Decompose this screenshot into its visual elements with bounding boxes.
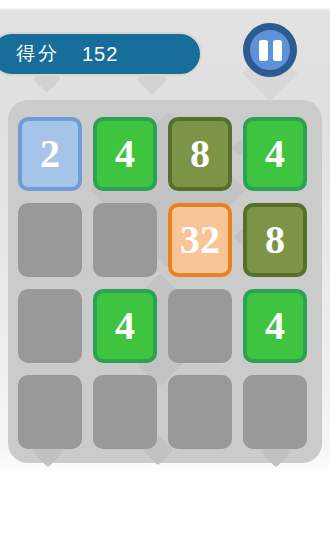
empty-cell	[93, 375, 157, 449]
tile-8: 8	[168, 117, 232, 191]
score-value: 152	[82, 43, 118, 66]
tile-4: 4	[93, 289, 157, 363]
tile-4: 4	[243, 289, 307, 363]
empty-cell	[93, 203, 157, 277]
empty-cell	[168, 289, 232, 363]
empty-cell	[18, 203, 82, 277]
pause-icon	[259, 40, 282, 61]
game-board[interactable]: 248432844	[8, 100, 322, 463]
score-display: 得分 152	[0, 32, 202, 76]
tile-8: 8	[243, 203, 307, 277]
score-label: 得分	[16, 41, 60, 67]
pause-button[interactable]	[243, 23, 297, 77]
empty-cell	[243, 375, 307, 449]
tile-grid: 248432844	[8, 100, 322, 463]
empty-cell	[18, 375, 82, 449]
empty-cell	[18, 289, 82, 363]
tile-2: 2	[18, 117, 82, 191]
tile-4: 4	[93, 117, 157, 191]
tile-32: 32	[168, 203, 232, 277]
empty-cell	[168, 375, 232, 449]
tile-4: 4	[243, 117, 307, 191]
